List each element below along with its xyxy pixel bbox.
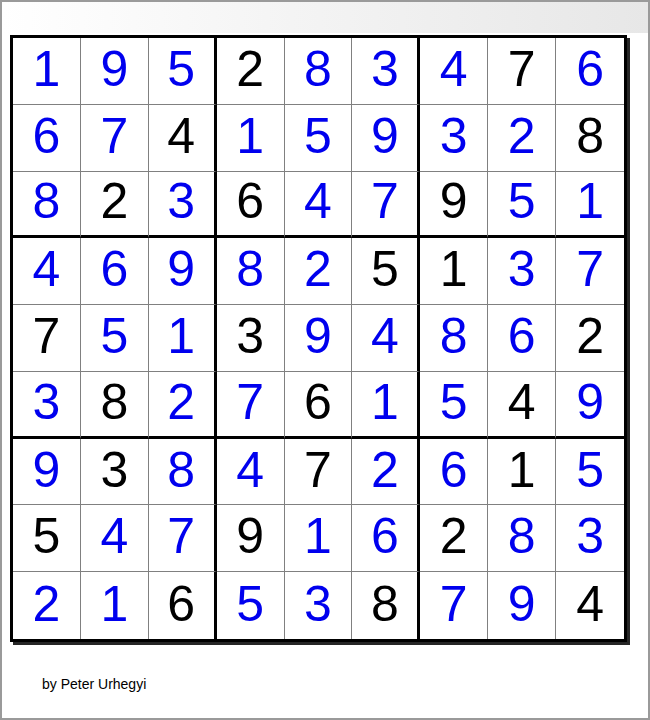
digit-solved: 4 — [371, 311, 399, 365]
digit-solved: 3 — [576, 511, 604, 565]
cell-r3c4[interactable]: 6 — [217, 172, 285, 239]
cell-r5c1[interactable]: 7 — [13, 305, 81, 372]
cell-r5c9[interactable]: 2 — [556, 305, 624, 372]
digit-solved: 7 — [100, 111, 128, 165]
cell-r4c6[interactable]: 5 — [352, 238, 420, 305]
digit-given: 1 — [440, 244, 468, 298]
cell-r8c4[interactable]: 9 — [217, 505, 285, 572]
digit-solved: 8 — [236, 244, 264, 298]
digit-given: 4 — [167, 111, 195, 165]
cell-r6c5[interactable]: 6 — [285, 372, 353, 439]
cell-r9c1[interactable]: 2 — [13, 572, 81, 639]
cell-r1c5[interactable]: 8 — [285, 38, 353, 105]
digit-solved: 2 — [508, 111, 536, 165]
digit-solved: 3 — [371, 44, 399, 98]
cell-r7c1[interactable]: 9 — [13, 439, 81, 506]
digit-given: 5 — [371, 244, 399, 298]
digit-given: 6 — [167, 579, 195, 633]
cell-r1c1[interactable]: 1 — [13, 38, 81, 105]
digit-solved: 8 — [440, 311, 468, 365]
cell-r6c8[interactable]: 4 — [488, 372, 556, 439]
cell-r2c8[interactable]: 2 — [488, 105, 556, 172]
cell-r9c2[interactable]: 1 — [81, 572, 149, 639]
cell-r5c4[interactable]: 3 — [217, 305, 285, 372]
digit-solved: 1 — [236, 111, 264, 165]
cell-r1c2[interactable]: 9 — [81, 38, 149, 105]
digit-solved: 1 — [304, 511, 332, 565]
digit-given: 9 — [440, 176, 468, 230]
cell-r4c8[interactable]: 3 — [488, 238, 556, 305]
digit-solved: 5 — [508, 176, 536, 230]
digit-solved: 3 — [167, 176, 195, 230]
cell-r9c4[interactable]: 5 — [217, 572, 285, 639]
digit-solved: 7 — [167, 511, 195, 565]
header-band — [2, 2, 648, 33]
cell-r6c7[interactable]: 5 — [420, 372, 488, 439]
digit-solved: 1 — [576, 176, 604, 230]
cell-r2c3[interactable]: 4 — [149, 105, 217, 172]
cell-r8c5[interactable]: 1 — [285, 505, 353, 572]
cell-r6c2[interactable]: 8 — [81, 372, 149, 439]
cell-r5c8[interactable]: 6 — [488, 305, 556, 372]
cell-r3c7[interactable]: 9 — [420, 172, 488, 239]
cell-r5c3[interactable]: 1 — [149, 305, 217, 372]
cell-r8c8[interactable]: 8 — [488, 505, 556, 572]
digit-given: 5 — [33, 511, 61, 565]
digit-given: 9 — [236, 511, 264, 565]
digit-solved: 1 — [100, 579, 128, 633]
cell-r2c6[interactable]: 9 — [352, 105, 420, 172]
cell-r9c3[interactable]: 6 — [149, 572, 217, 639]
credit-text: by Peter Urhegyi — [42, 676, 146, 692]
digit-solved: 7 — [576, 244, 604, 298]
cell-r9c7[interactable]: 7 — [420, 572, 488, 639]
digit-solved: 8 — [304, 44, 332, 98]
digit-solved: 8 — [33, 176, 61, 230]
digit-solved: 2 — [33, 579, 61, 633]
digit-solved: 9 — [576, 377, 604, 431]
digit-solved: 6 — [371, 511, 399, 565]
cell-r4c5[interactable]: 2 — [285, 238, 353, 305]
cell-r5c7[interactable]: 8 — [420, 305, 488, 372]
cell-r5c6[interactable]: 4 — [352, 305, 420, 372]
cell-r1c6[interactable]: 3 — [352, 38, 420, 105]
cell-r3c3[interactable]: 3 — [149, 172, 217, 239]
cell-r7c3[interactable]: 8 — [149, 439, 217, 506]
digit-solved: 1 — [33, 44, 61, 98]
cell-r9c6[interactable]: 8 — [352, 572, 420, 639]
digit-solved: 3 — [33, 377, 61, 431]
cell-r2c1[interactable]: 6 — [13, 105, 81, 172]
cell-r4c7[interactable]: 1 — [420, 238, 488, 305]
cell-r4c3[interactable]: 9 — [149, 238, 217, 305]
digit-given: 7 — [33, 311, 61, 365]
digit-solved: 2 — [167, 377, 195, 431]
cell-r4c4[interactable]: 8 — [217, 238, 285, 305]
digit-solved: 5 — [440, 377, 468, 431]
digit-given: 3 — [100, 445, 128, 499]
cell-r4c9[interactable]: 7 — [556, 238, 624, 305]
cell-r5c5[interactable]: 9 — [285, 305, 353, 372]
cell-r6c9[interactable]: 9 — [556, 372, 624, 439]
cell-r9c5[interactable]: 3 — [285, 572, 353, 639]
digit-solved: 5 — [236, 579, 264, 633]
cell-r6c4[interactable]: 7 — [217, 372, 285, 439]
cell-r3c9[interactable]: 1 — [556, 172, 624, 239]
cell-r1c9[interactable]: 6 — [556, 38, 624, 105]
cell-r1c3[interactable]: 5 — [149, 38, 217, 105]
digit-solved: 7 — [371, 176, 399, 230]
cell-r3c6[interactable]: 7 — [352, 172, 420, 239]
digit-solved: 5 — [167, 44, 195, 98]
cell-r6c3[interactable]: 2 — [149, 372, 217, 439]
cell-r7c4[interactable]: 4 — [217, 439, 285, 506]
digit-given: 8 — [371, 579, 399, 633]
cell-r9c9[interactable]: 4 — [556, 572, 624, 639]
cell-r1c4[interactable]: 2 — [217, 38, 285, 105]
digit-solved: 9 — [508, 579, 536, 633]
digit-given: 2 — [576, 311, 604, 365]
digit-given: 2 — [100, 176, 128, 230]
cell-r6c6[interactable]: 1 — [352, 372, 420, 439]
cell-r1c7[interactable]: 4 — [420, 38, 488, 105]
digit-given: 2 — [236, 44, 264, 98]
cell-r6c1[interactable]: 3 — [13, 372, 81, 439]
digit-solved: 8 — [167, 445, 195, 499]
cell-r2c2[interactable]: 7 — [81, 105, 149, 172]
cell-r2c9[interactable]: 8 — [556, 105, 624, 172]
digit-given: 2 — [440, 511, 468, 565]
digit-solved: 6 — [508, 311, 536, 365]
digit-solved: 9 — [100, 44, 128, 98]
cell-r8c1[interactable]: 5 — [13, 505, 81, 572]
digit-solved: 9 — [304, 311, 332, 365]
cell-r4c2[interactable]: 6 — [81, 238, 149, 305]
digit-solved: 6 — [33, 111, 61, 165]
digit-given: 3 — [236, 311, 264, 365]
digit-solved: 4 — [440, 44, 468, 98]
cell-r3c2[interactable]: 2 — [81, 172, 149, 239]
digit-solved: 8 — [508, 511, 536, 565]
cell-r7c7[interactable]: 6 — [420, 439, 488, 506]
digit-given: 8 — [576, 111, 604, 165]
cell-r8c6[interactable]: 6 — [352, 505, 420, 572]
cell-r3c8[interactable]: 5 — [488, 172, 556, 239]
digit-given: 6 — [236, 176, 264, 230]
cell-r3c1[interactable]: 8 — [13, 172, 81, 239]
digit-solved: 5 — [576, 445, 604, 499]
cell-r2c5[interactable]: 5 — [285, 105, 353, 172]
cell-r8c9[interactable]: 3 — [556, 505, 624, 572]
digit-solved: 1 — [167, 311, 195, 365]
digit-given: 4 — [508, 377, 536, 431]
cell-r4c1[interactable]: 4 — [13, 238, 81, 305]
digit-solved: 5 — [100, 311, 128, 365]
digit-solved: 9 — [33, 445, 61, 499]
digit-solved: 2 — [304, 244, 332, 298]
digit-solved: 1 — [371, 377, 399, 431]
digit-solved: 3 — [508, 244, 536, 298]
digit-solved: 4 — [236, 445, 264, 499]
sudoku-page: 1952834766741593288236479514698251377513… — [0, 0, 650, 720]
cell-r2c7[interactable]: 3 — [420, 105, 488, 172]
cell-r7c9[interactable]: 5 — [556, 439, 624, 506]
digit-solved: 4 — [33, 244, 61, 298]
digit-solved: 4 — [100, 511, 128, 565]
digit-solved: 7 — [440, 579, 468, 633]
digit-given: 7 — [508, 44, 536, 98]
cell-r2c4[interactable]: 1 — [217, 105, 285, 172]
digit-solved: 9 — [371, 111, 399, 165]
digit-solved: 7 — [236, 377, 264, 431]
digit-solved: 3 — [440, 111, 468, 165]
digit-solved: 6 — [440, 445, 468, 499]
cell-r8c2[interactable]: 4 — [81, 505, 149, 572]
digit-solved: 4 — [304, 176, 332, 230]
digit-given: 7 — [304, 445, 332, 499]
sudoku-board: 1952834766741593288236479514698251377513… — [10, 35, 627, 642]
cell-r3c5[interactable]: 4 — [285, 172, 353, 239]
cell-r7c2[interactable]: 3 — [81, 439, 149, 506]
cell-r8c3[interactable]: 7 — [149, 505, 217, 572]
digit-given: 4 — [576, 579, 604, 633]
cell-r9c8[interactable]: 9 — [488, 572, 556, 639]
cell-r7c8[interactable]: 1 — [488, 439, 556, 506]
digit-given: 1 — [508, 445, 536, 499]
cell-r7c6[interactable]: 2 — [352, 439, 420, 506]
digit-solved: 2 — [371, 445, 399, 499]
cell-r1c8[interactable]: 7 — [488, 38, 556, 105]
digit-solved: 5 — [304, 111, 332, 165]
cell-r5c2[interactable]: 5 — [81, 305, 149, 372]
digit-solved: 6 — [576, 44, 604, 98]
digit-solved: 3 — [304, 579, 332, 633]
cell-r8c7[interactable]: 2 — [420, 505, 488, 572]
digit-solved: 9 — [167, 244, 195, 298]
digit-given: 8 — [100, 377, 128, 431]
digit-given: 6 — [304, 377, 332, 431]
cell-r7c5[interactable]: 7 — [285, 439, 353, 506]
digit-solved: 6 — [100, 244, 128, 298]
